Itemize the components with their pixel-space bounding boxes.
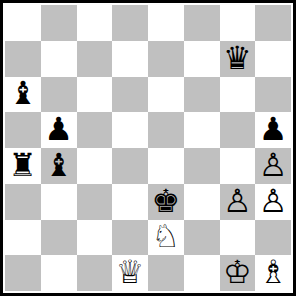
square-f8[interactable] bbox=[184, 5, 220, 41]
chess-board: ♛♝♟♟♜♝♙♚♙♙♘♕♔♗ bbox=[5, 5, 291, 291]
square-f3[interactable] bbox=[184, 184, 220, 220]
square-b5[interactable]: ♟ bbox=[41, 112, 77, 148]
white-king: ♔ bbox=[223, 256, 252, 288]
square-a2[interactable] bbox=[5, 220, 41, 256]
square-d2[interactable] bbox=[112, 220, 148, 256]
square-g2[interactable] bbox=[220, 220, 256, 256]
black-bishop: ♝ bbox=[44, 149, 73, 181]
square-g8[interactable] bbox=[220, 5, 256, 41]
square-d4[interactable] bbox=[112, 148, 148, 184]
square-f5[interactable] bbox=[184, 112, 220, 148]
square-c3[interactable] bbox=[77, 184, 113, 220]
square-h1[interactable]: ♗ bbox=[255, 255, 291, 291]
square-h3[interactable]: ♙ bbox=[255, 184, 291, 220]
square-e5[interactable] bbox=[148, 112, 184, 148]
square-h7[interactable] bbox=[255, 41, 291, 77]
black-bishop: ♝ bbox=[9, 77, 38, 109]
square-c8[interactable] bbox=[77, 5, 113, 41]
square-c6[interactable] bbox=[77, 77, 113, 113]
square-h2[interactable] bbox=[255, 220, 291, 256]
square-a7[interactable] bbox=[5, 41, 41, 77]
square-g4[interactable] bbox=[220, 148, 256, 184]
square-c1[interactable] bbox=[77, 255, 113, 291]
square-b7[interactable] bbox=[41, 41, 77, 77]
square-e8[interactable] bbox=[148, 5, 184, 41]
square-e6[interactable] bbox=[148, 77, 184, 113]
square-a1[interactable] bbox=[5, 255, 41, 291]
square-f7[interactable] bbox=[184, 41, 220, 77]
square-g6[interactable] bbox=[220, 77, 256, 113]
black-rook: ♜ bbox=[9, 149, 38, 181]
square-h8[interactable] bbox=[255, 5, 291, 41]
square-g7[interactable]: ♛ bbox=[220, 41, 256, 77]
square-c2[interactable] bbox=[77, 220, 113, 256]
square-d7[interactable] bbox=[112, 41, 148, 77]
white-pawn: ♙ bbox=[223, 185, 252, 217]
square-b2[interactable] bbox=[41, 220, 77, 256]
square-d8[interactable] bbox=[112, 5, 148, 41]
white-knight: ♘ bbox=[152, 220, 181, 252]
square-h6[interactable] bbox=[255, 77, 291, 113]
square-g5[interactable] bbox=[220, 112, 256, 148]
square-h5[interactable]: ♟ bbox=[255, 112, 291, 148]
square-d6[interactable] bbox=[112, 77, 148, 113]
square-f1[interactable] bbox=[184, 255, 220, 291]
square-g1[interactable]: ♔ bbox=[220, 255, 256, 291]
square-f6[interactable] bbox=[184, 77, 220, 113]
square-d3[interactable] bbox=[112, 184, 148, 220]
white-pawn: ♙ bbox=[259, 185, 288, 217]
white-bishop: ♗ bbox=[259, 256, 288, 288]
square-a8[interactable] bbox=[5, 5, 41, 41]
black-queen: ♛ bbox=[223, 42, 252, 74]
square-g3[interactable]: ♙ bbox=[220, 184, 256, 220]
square-h4[interactable]: ♙ bbox=[255, 148, 291, 184]
square-e7[interactable] bbox=[148, 41, 184, 77]
square-a3[interactable] bbox=[5, 184, 41, 220]
square-a6[interactable]: ♝ bbox=[5, 77, 41, 113]
square-d5[interactable] bbox=[112, 112, 148, 148]
white-queen: ♕ bbox=[116, 256, 145, 288]
square-e2[interactable]: ♘ bbox=[148, 220, 184, 256]
square-f2[interactable] bbox=[184, 220, 220, 256]
board-frame: ♛♝♟♟♜♝♙♚♙♙♘♕♔♗ bbox=[0, 0, 296, 296]
black-pawn: ♟ bbox=[44, 113, 73, 145]
square-c7[interactable] bbox=[77, 41, 113, 77]
white-pawn: ♙ bbox=[259, 149, 288, 181]
square-a5[interactable] bbox=[5, 112, 41, 148]
square-b3[interactable] bbox=[41, 184, 77, 220]
black-king: ♚ bbox=[152, 185, 181, 217]
square-e1[interactable] bbox=[148, 255, 184, 291]
square-a4[interactable]: ♜ bbox=[5, 148, 41, 184]
square-b1[interactable] bbox=[41, 255, 77, 291]
square-c4[interactable] bbox=[77, 148, 113, 184]
black-pawn: ♟ bbox=[259, 113, 288, 145]
square-b8[interactable] bbox=[41, 5, 77, 41]
square-b4[interactable]: ♝ bbox=[41, 148, 77, 184]
square-e4[interactable] bbox=[148, 148, 184, 184]
square-e3[interactable]: ♚ bbox=[148, 184, 184, 220]
square-f4[interactable] bbox=[184, 148, 220, 184]
square-b6[interactable] bbox=[41, 77, 77, 113]
square-d1[interactable]: ♕ bbox=[112, 255, 148, 291]
square-c5[interactable] bbox=[77, 112, 113, 148]
